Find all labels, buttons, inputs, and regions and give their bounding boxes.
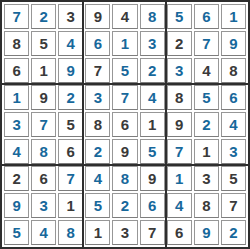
sudoku-cell-r2c4[interactable]: 6 <box>85 31 110 56</box>
sudoku-cell-r7c2[interactable]: 6 <box>31 166 56 191</box>
sudoku-cell-r4c4[interactable]: 3 <box>85 85 110 110</box>
sudoku-cell-r7c5[interactable]: 8 <box>112 166 137 191</box>
sudoku-cell-r3c4[interactable]: 7 <box>85 58 110 83</box>
sudoku-cell-r3c5[interactable]: 5 <box>112 58 137 83</box>
sudoku-cell-r9c8[interactable]: 9 <box>194 220 219 245</box>
sudoku-cell-r8c4[interactable]: 5 <box>85 193 110 218</box>
sudoku-cell-r6c8[interactable]: 1 <box>194 139 219 164</box>
sudoku-cell-r2c8[interactable]: 7 <box>194 31 219 56</box>
sudoku-cell-r7c3[interactable]: 7 <box>58 166 83 191</box>
sudoku-cell-r5c2[interactable]: 7 <box>31 112 56 137</box>
sudoku-cell-r6c9[interactable]: 3 <box>221 139 246 164</box>
sudoku-cell-r8c2[interactable]: 3 <box>31 193 56 218</box>
sudoku-cell-r9c1[interactable]: 5 <box>4 220 29 245</box>
sudoku-cell-r7c9[interactable]: 5 <box>221 166 246 191</box>
sudoku-cell-r8c8[interactable]: 8 <box>194 193 219 218</box>
sudoku-cell-r7c7[interactable]: 1 <box>167 166 192 191</box>
sudoku-cell-r8c5[interactable]: 2 <box>112 193 137 218</box>
sudoku-cell-r8c9[interactable]: 7 <box>221 193 246 218</box>
sudoku-cell-r6c6[interactable]: 5 <box>140 139 165 164</box>
sudoku-cell-r5c5[interactable]: 6 <box>112 112 137 137</box>
sudoku-board: 7239485618546132796197523481923748563758… <box>0 0 250 249</box>
sudoku-cell-r4c2[interactable]: 9 <box>31 85 56 110</box>
sudoku-cell-r5c6[interactable]: 1 <box>140 112 165 137</box>
sudoku-cell-r5c9[interactable]: 4 <box>221 112 246 137</box>
sudoku-cell-r9c6[interactable]: 7 <box>140 220 165 245</box>
sudoku-cell-r7c4[interactable]: 4 <box>85 166 110 191</box>
sudoku-cell-r3c2[interactable]: 1 <box>31 58 56 83</box>
sudoku-cell-r6c1[interactable]: 4 <box>4 139 29 164</box>
sudoku-cell-r8c6[interactable]: 6 <box>140 193 165 218</box>
sudoku-cell-r8c1[interactable]: 9 <box>4 193 29 218</box>
sudoku-cell-r6c2[interactable]: 8 <box>31 139 56 164</box>
sudoku-cell-r3c1[interactable]: 6 <box>4 58 29 83</box>
sudoku-cell-r1c2[interactable]: 2 <box>31 4 56 29</box>
sudoku-cell-r5c3[interactable]: 5 <box>58 112 83 137</box>
sudoku-cell-r5c4[interactable]: 8 <box>85 112 110 137</box>
sudoku-cell-r3c8[interactable]: 4 <box>194 58 219 83</box>
sudoku-cell-r9c4[interactable]: 1 <box>85 220 110 245</box>
sudoku-cell-r4c1[interactable]: 1 <box>4 85 29 110</box>
sudoku-cell-r2c2[interactable]: 5 <box>31 31 56 56</box>
sudoku-cell-r7c8[interactable]: 3 <box>194 166 219 191</box>
sudoku-cell-r2c6[interactable]: 3 <box>140 31 165 56</box>
sudoku-cell-r3c6[interactable]: 2 <box>140 58 165 83</box>
sudoku-cell-r2c7[interactable]: 2 <box>167 31 192 56</box>
sudoku-cell-r1c4[interactable]: 9 <box>85 4 110 29</box>
sudoku-cell-r1c9[interactable]: 1 <box>221 4 246 29</box>
sudoku-cell-r9c9[interactable]: 2 <box>221 220 246 245</box>
sudoku-cell-r3c9[interactable]: 8 <box>221 58 246 83</box>
sudoku-cell-r1c6[interactable]: 8 <box>140 4 165 29</box>
sudoku-cell-r1c3[interactable]: 3 <box>58 4 83 29</box>
sudoku-cell-r5c8[interactable]: 2 <box>194 112 219 137</box>
sudoku-cell-r3c3[interactable]: 9 <box>58 58 83 83</box>
sudoku-cell-r9c2[interactable]: 4 <box>31 220 56 245</box>
sudoku-cell-r9c7[interactable]: 6 <box>167 220 192 245</box>
sudoku-cell-r2c5[interactable]: 1 <box>112 31 137 56</box>
sudoku-cell-r5c1[interactable]: 3 <box>4 112 29 137</box>
sudoku-cell-r1c1[interactable]: 7 <box>4 4 29 29</box>
sudoku-cell-r4c3[interactable]: 2 <box>58 85 83 110</box>
sudoku-cell-r2c3[interactable]: 4 <box>58 31 83 56</box>
sudoku-cell-r8c7[interactable]: 4 <box>167 193 192 218</box>
sudoku-cell-r1c5[interactable]: 4 <box>112 4 137 29</box>
sudoku-cell-r4c6[interactable]: 4 <box>140 85 165 110</box>
sudoku-cell-r6c3[interactable]: 6 <box>58 139 83 164</box>
sudoku-cell-r8c3[interactable]: 1 <box>58 193 83 218</box>
sudoku-cell-r4c9[interactable]: 6 <box>221 85 246 110</box>
sudoku-cell-r1c8[interactable]: 6 <box>194 4 219 29</box>
sudoku-cell-r4c8[interactable]: 5 <box>194 85 219 110</box>
sudoku-cell-r4c7[interactable]: 8 <box>167 85 192 110</box>
sudoku-cell-r7c1[interactable]: 2 <box>4 166 29 191</box>
sudoku-cell-r3c7[interactable]: 3 <box>167 58 192 83</box>
sudoku-cell-r7c6[interactable]: 9 <box>140 166 165 191</box>
sudoku-cell-r6c5[interactable]: 9 <box>112 139 137 164</box>
sudoku-cell-r9c3[interactable]: 8 <box>58 220 83 245</box>
sudoku-cell-r6c4[interactable]: 2 <box>85 139 110 164</box>
sudoku-cell-r1c7[interactable]: 5 <box>167 4 192 29</box>
sudoku-cell-r2c9[interactable]: 9 <box>221 31 246 56</box>
sudoku-cell-r2c1[interactable]: 8 <box>4 31 29 56</box>
sudoku-cell-r9c5[interactable]: 3 <box>112 220 137 245</box>
sudoku-cell-r6c7[interactable]: 7 <box>167 139 192 164</box>
sudoku-cell-r4c5[interactable]: 7 <box>112 85 137 110</box>
sudoku-cell-r5c7[interactable]: 9 <box>167 112 192 137</box>
